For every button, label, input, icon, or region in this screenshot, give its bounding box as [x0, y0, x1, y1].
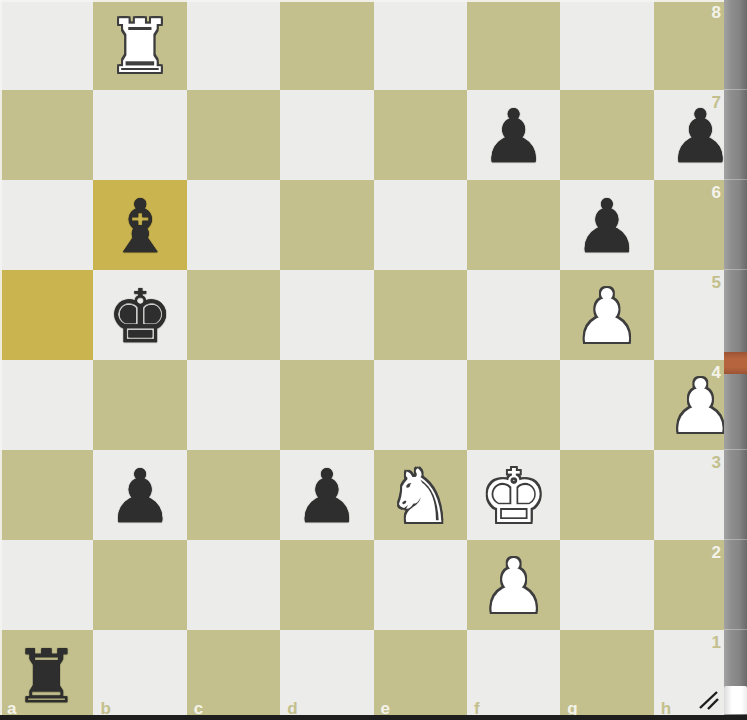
- square-f6[interactable]: [467, 180, 560, 270]
- board: ♜8♟♟7♝♟6♚♟5♟4♟♟♞♚3♟2♜abcdefg1h: [0, 0, 747, 720]
- top-edge-line: [0, 0, 747, 2]
- square-d3[interactable]: ♟: [280, 450, 373, 540]
- square-g7[interactable]: [560, 90, 653, 180]
- rank-label-1: 1: [712, 634, 721, 651]
- rank-label-5: 5: [712, 274, 721, 291]
- square-d7[interactable]: [280, 90, 373, 180]
- bottom-border-bar: [0, 715, 747, 720]
- black-pawn[interactable]: ♟: [480, 91, 546, 181]
- square-g2[interactable]: [560, 540, 653, 630]
- square-e4[interactable]: [374, 360, 467, 450]
- resize-handle-icon[interactable]: [697, 689, 721, 711]
- square-g3[interactable]: [560, 450, 653, 540]
- square-d4[interactable]: [280, 360, 373, 450]
- black-pawn[interactable]: ♟: [107, 451, 173, 541]
- square-a5[interactable]: [0, 270, 93, 360]
- black-pawn[interactable]: ♟: [294, 451, 360, 541]
- square-a6[interactable]: [0, 180, 93, 270]
- square-b1[interactable]: b: [93, 630, 186, 720]
- rank-label-6: 6: [712, 184, 721, 201]
- square-c6[interactable]: [187, 180, 280, 270]
- square-b8[interactable]: ♜: [93, 0, 186, 90]
- square-a1[interactable]: ♜a: [0, 630, 93, 720]
- square-c3[interactable]: [187, 450, 280, 540]
- white-king[interactable]: ♚: [480, 451, 546, 541]
- square-c7[interactable]: [187, 90, 280, 180]
- square-c2[interactable]: [187, 540, 280, 630]
- square-b7[interactable]: [93, 90, 186, 180]
- square-c8[interactable]: [187, 0, 280, 90]
- rank-label-8: 8: [712, 4, 721, 21]
- square-g4[interactable]: [560, 360, 653, 450]
- scrollbar-position-marker: [724, 352, 747, 374]
- square-g8[interactable]: [560, 0, 653, 90]
- rank-label-3: 3: [712, 454, 721, 471]
- scrollbar-thumb[interactable]: [724, 686, 747, 714]
- square-e8[interactable]: [374, 0, 467, 90]
- square-e3[interactable]: ♞: [374, 450, 467, 540]
- square-f8[interactable]: [467, 0, 560, 90]
- square-a7[interactable]: [0, 90, 93, 180]
- square-e5[interactable]: [374, 270, 467, 360]
- rank-label-2: 2: [712, 544, 721, 561]
- square-b6[interactable]: ♝: [93, 180, 186, 270]
- square-a2[interactable]: [0, 540, 93, 630]
- square-b4[interactable]: [93, 360, 186, 450]
- square-e7[interactable]: [374, 90, 467, 180]
- white-pawn[interactable]: ♟: [480, 541, 546, 631]
- square-g5[interactable]: ♟: [560, 270, 653, 360]
- square-d1[interactable]: d: [280, 630, 373, 720]
- square-g6[interactable]: ♟: [560, 180, 653, 270]
- chess-app-window: ♜8♟♟7♝♟6♚♟5♟4♟♟♞♚3♟2♜abcdefg1h: [0, 0, 747, 720]
- rank-label-7: 7: [712, 94, 721, 111]
- square-f3[interactable]: ♚: [467, 450, 560, 540]
- square-f7[interactable]: ♟: [467, 90, 560, 180]
- black-king[interactable]: ♚: [107, 271, 173, 361]
- square-a8[interactable]: [0, 0, 93, 90]
- square-a3[interactable]: [0, 450, 93, 540]
- white-pawn[interactable]: ♟: [574, 271, 640, 361]
- left-edge-line: [0, 0, 2, 720]
- square-f1[interactable]: f: [467, 630, 560, 720]
- square-b3[interactable]: ♟: [93, 450, 186, 540]
- black-pawn[interactable]: ♟: [574, 181, 640, 271]
- black-bishop[interactable]: ♝: [107, 181, 173, 271]
- square-d6[interactable]: [280, 180, 373, 270]
- square-d5[interactable]: [280, 270, 373, 360]
- square-d2[interactable]: [280, 540, 373, 630]
- square-e2[interactable]: [374, 540, 467, 630]
- rank-label-4: 4: [712, 364, 721, 381]
- square-c5[interactable]: [187, 270, 280, 360]
- square-f4[interactable]: [467, 360, 560, 450]
- square-e6[interactable]: [374, 180, 467, 270]
- square-f5[interactable]: [467, 270, 560, 360]
- square-e1[interactable]: e: [374, 630, 467, 720]
- square-b2[interactable]: [93, 540, 186, 630]
- white-rook[interactable]: ♜: [107, 1, 173, 91]
- square-c4[interactable]: [187, 360, 280, 450]
- square-d8[interactable]: [280, 0, 373, 90]
- square-f2[interactable]: ♟: [467, 540, 560, 630]
- square-c1[interactable]: c: [187, 630, 280, 720]
- vertical-scrollbar[interactable]: [724, 0, 747, 720]
- square-a4[interactable]: [0, 360, 93, 450]
- black-rook[interactable]: ♜: [14, 631, 80, 720]
- white-knight[interactable]: ♞: [387, 451, 453, 541]
- square-g1[interactable]: g: [560, 630, 653, 720]
- square-b5[interactable]: ♚: [93, 270, 186, 360]
